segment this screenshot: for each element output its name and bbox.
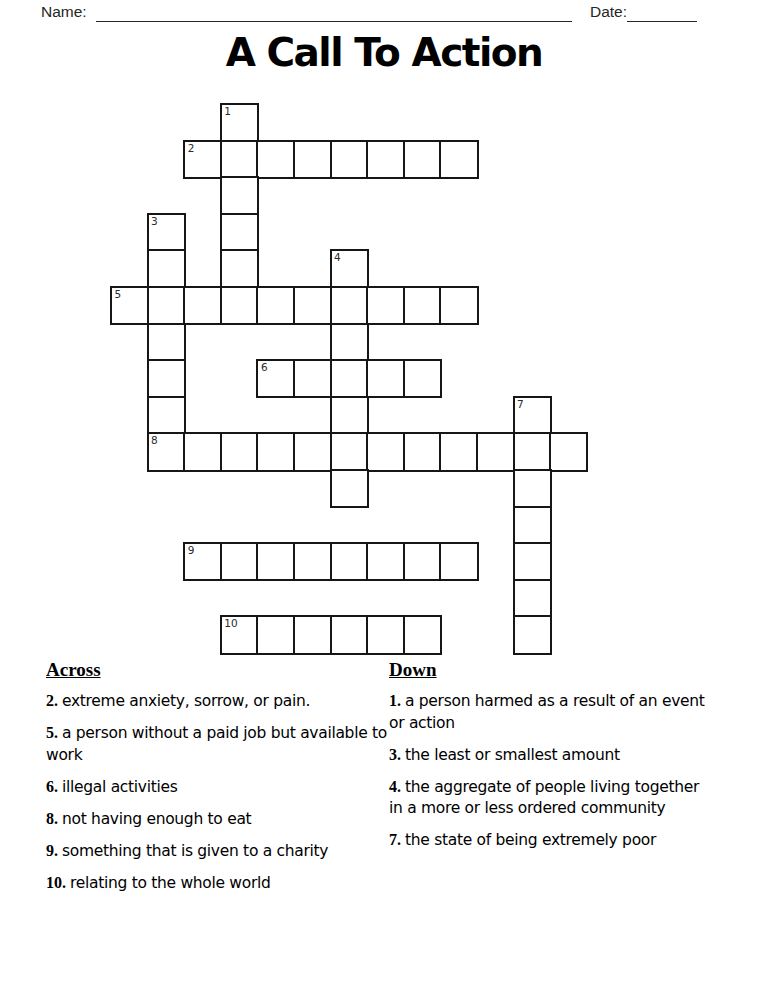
clue-number: 1. <box>389 692 405 709</box>
puzzle-title: A Call To Action <box>0 30 768 75</box>
grid-cell-r6c6[interactable] <box>330 323 369 362</box>
clue-text: the state of being extremely poor <box>405 831 656 849</box>
cell-number-9: 9 <box>188 544 195 556</box>
clue-across-2: 2. extreme anxiety, sorrow, or pain. <box>46 690 388 713</box>
grid-cell-r9c3[interactable] <box>220 432 259 471</box>
grid-cell-r12c3[interactable] <box>220 542 259 581</box>
down-clue-list: 1. a person harmed as a result of an eve… <box>389 690 711 852</box>
grid-cell-r9c12[interactable] <box>549 432 588 471</box>
grid-cell-r5c5[interactable] <box>293 286 332 325</box>
cell-number-5: 5 <box>115 288 122 300</box>
grid-cell-r9c11[interactable] <box>513 432 552 471</box>
clue-text: not having enough to eat <box>62 810 251 828</box>
across-clue-list: 2. extreme anxiety, sorrow, or pain.5. a… <box>46 690 388 894</box>
grid-cell-r10c6[interactable] <box>330 469 369 508</box>
grid-cell-r7c1[interactable] <box>147 359 186 398</box>
grid-cell-r5c1[interactable] <box>147 286 186 325</box>
date-input-line[interactable] <box>627 3 697 22</box>
grid-cell-r14c7[interactable] <box>366 615 405 654</box>
clue-across-10: 10. relating to the whole world <box>46 872 388 895</box>
grid-cell-r1c8[interactable] <box>403 140 442 179</box>
grid-cell-r5c8[interactable] <box>403 286 442 325</box>
grid-cell-r8c6[interactable] <box>330 396 369 435</box>
grid-cell-r12c4[interactable] <box>256 542 295 581</box>
cell-number-1: 1 <box>224 105 231 117</box>
grid-cell-r14c5[interactable] <box>293 615 332 654</box>
grid-cell-r7c4[interactable]: 6 <box>256 359 295 398</box>
clue-number: 4. <box>389 778 405 795</box>
grid-cell-r5c0[interactable]: 5 <box>110 286 149 325</box>
grid-cell-r9c1[interactable]: 8 <box>147 432 186 471</box>
worksheet-page: Name: Date: A Call To Action 12345678910… <box>0 0 768 994</box>
grid-cell-r12c5[interactable] <box>293 542 332 581</box>
clue-text: a person without a paid job but availabl… <box>46 724 387 764</box>
grid-cell-r0c3[interactable]: 1 <box>220 103 259 142</box>
cell-number-8: 8 <box>151 434 158 446</box>
grid-cell-r8c1[interactable] <box>147 396 186 435</box>
grid-cell-r1c2[interactable]: 2 <box>183 140 222 179</box>
grid-cell-r12c2[interactable]: 9 <box>183 542 222 581</box>
grid-cell-r11c11[interactable] <box>513 506 552 545</box>
grid-cell-r5c7[interactable] <box>366 286 405 325</box>
grid-cell-r5c9[interactable] <box>439 286 478 325</box>
grid-cell-r9c6[interactable] <box>330 432 369 471</box>
grid-cell-r3c3[interactable] <box>220 213 259 252</box>
grid-cell-r12c8[interactable] <box>403 542 442 581</box>
grid-cell-r12c6[interactable] <box>330 542 369 581</box>
grid-cell-r14c8[interactable] <box>403 615 442 654</box>
clue-number: 5. <box>46 724 62 741</box>
grid-cell-r14c11[interactable] <box>513 615 552 654</box>
grid-cell-r7c8[interactable] <box>403 359 442 398</box>
grid-cell-r4c6[interactable]: 4 <box>330 249 369 288</box>
cell-number-7: 7 <box>517 398 524 410</box>
grid-cell-r9c10[interactable] <box>476 432 515 471</box>
grid-cell-r1c6[interactable] <box>330 140 369 179</box>
clue-number: 3. <box>389 746 405 763</box>
grid-cell-r7c6[interactable] <box>330 359 369 398</box>
grid-cell-r4c3[interactable] <box>220 249 259 288</box>
grid-cell-r9c7[interactable] <box>366 432 405 471</box>
clue-across-8: 8. not having enough to eat <box>46 808 388 831</box>
grid-cell-r7c5[interactable] <box>293 359 332 398</box>
clue-number: 6. <box>46 778 62 795</box>
clue-text: extreme anxiety, sorrow, or pain. <box>62 692 310 710</box>
clue-text: something that is given to a charity <box>62 842 328 860</box>
cell-number-10: 10 <box>224 617 237 629</box>
grid-cell-r6c1[interactable] <box>147 323 186 362</box>
clue-down-1: 1. a person harmed as a result of an eve… <box>389 690 711 734</box>
clue-number: 9. <box>46 842 62 859</box>
name-label: Name: <box>41 3 87 21</box>
grid-cell-r13c11[interactable] <box>513 579 552 618</box>
grid-cell-r9c4[interactable] <box>256 432 295 471</box>
grid-cell-r8c11[interactable]: 7 <box>513 396 552 435</box>
down-clues-section: Down 1. a person harmed as a result of a… <box>389 659 711 861</box>
grid-cell-r9c5[interactable] <box>293 432 332 471</box>
grid-cell-r12c7[interactable] <box>366 542 405 581</box>
crossword-grid: 12345678910 <box>110 103 590 656</box>
grid-cell-r5c6[interactable] <box>330 286 369 325</box>
across-clues-section: Across 2. extreme anxiety, sorrow, or pa… <box>46 659 388 904</box>
grid-cell-r1c9[interactable] <box>439 140 478 179</box>
name-input-line[interactable] <box>96 3 572 22</box>
grid-cell-r12c9[interactable] <box>439 542 478 581</box>
clue-number: 2. <box>46 692 62 709</box>
clue-number: 8. <box>46 810 62 827</box>
clue-number: 7. <box>389 831 405 848</box>
cell-number-4: 4 <box>334 251 341 263</box>
grid-cell-r14c3[interactable]: 10 <box>220 615 259 654</box>
across-header: Across <box>46 659 388 681</box>
clue-across-5: 5. a person without a paid job but avail… <box>46 722 388 766</box>
grid-cell-r1c7[interactable] <box>366 140 405 179</box>
grid-cell-r5c2[interactable] <box>183 286 222 325</box>
grid-cell-r3c1[interactable]: 3 <box>147 213 186 252</box>
down-header: Down <box>389 659 711 681</box>
grid-cell-r10c11[interactable] <box>513 469 552 508</box>
grid-cell-r1c3[interactable] <box>220 140 259 179</box>
cell-number-3: 3 <box>151 215 158 227</box>
grid-cell-r5c4[interactable] <box>256 286 295 325</box>
clue-text: illegal activities <box>62 778 178 796</box>
clue-across-6: 6. illegal activities <box>46 776 388 799</box>
grid-cell-r5c3[interactable] <box>220 286 259 325</box>
clue-text: a person harmed as a result of an event … <box>389 692 705 732</box>
clue-across-9: 9. something that is given to a charity <box>46 840 388 863</box>
clue-down-4: 4. the aggregate of people living togeth… <box>389 776 711 820</box>
cell-number-2: 2 <box>188 142 195 154</box>
clue-text: relating to the whole world <box>70 874 271 892</box>
cell-number-6: 6 <box>261 361 268 373</box>
grid-cell-r14c4[interactable] <box>256 615 295 654</box>
clue-down-3: 3. the least or smallest amount <box>389 744 711 767</box>
date-label: Date: <box>590 3 627 21</box>
clue-text: the least or smallest amount <box>405 746 620 764</box>
clue-text: the aggregate of people living together … <box>389 778 699 818</box>
grid-cell-r9c9[interactable] <box>439 432 478 471</box>
grid-cell-r7c7[interactable] <box>366 359 405 398</box>
grid-cell-r9c2[interactable] <box>183 432 222 471</box>
clue-down-7: 7. the state of being extremely poor <box>389 829 711 852</box>
grid-cell-r12c11[interactable] <box>513 542 552 581</box>
grid-cell-r2c3[interactable] <box>220 176 259 215</box>
grid-cell-r1c5[interactable] <box>293 140 332 179</box>
clue-number: 10. <box>46 874 70 891</box>
grid-cell-r4c1[interactable] <box>147 249 186 288</box>
grid-cell-r14c6[interactable] <box>330 615 369 654</box>
grid-cell-r9c8[interactable] <box>403 432 442 471</box>
grid-cell-r1c4[interactable] <box>256 140 295 179</box>
